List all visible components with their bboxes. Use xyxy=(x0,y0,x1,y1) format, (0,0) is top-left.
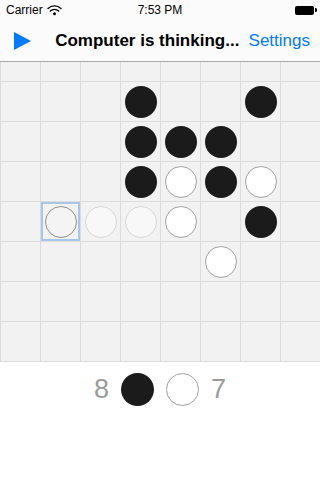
top-bars: Carrier 7:53 PM Computer is thinking... … xyxy=(0,0,320,62)
white-disc xyxy=(165,206,197,238)
white-disc xyxy=(205,246,237,278)
board-cell[interactable] xyxy=(81,322,121,362)
board-cell[interactable] xyxy=(281,282,320,322)
black-disc xyxy=(165,126,197,158)
othello-board xyxy=(0,42,320,362)
white-disc xyxy=(125,206,157,238)
black-disc xyxy=(245,86,277,118)
board-cell[interactable] xyxy=(161,202,201,242)
board-cell[interactable] xyxy=(161,242,201,282)
board-cell[interactable] xyxy=(1,162,41,202)
board-cell[interactable] xyxy=(121,202,161,242)
board-cell[interactable] xyxy=(81,202,121,242)
board-cell[interactable] xyxy=(41,322,81,362)
board-cell[interactable] xyxy=(121,242,161,282)
status-bar: Carrier 7:53 PM xyxy=(0,0,320,20)
board-cell[interactable] xyxy=(1,202,41,242)
board-cell[interactable] xyxy=(201,282,241,322)
board-cell[interactable] xyxy=(1,322,41,362)
board-cell[interactable] xyxy=(1,242,41,282)
board-cell[interactable] xyxy=(241,282,281,322)
clock: 7:53 PM xyxy=(0,3,320,17)
board-cell[interactable] xyxy=(241,242,281,282)
board-cell[interactable] xyxy=(1,122,41,162)
board-cell[interactable] xyxy=(241,82,281,122)
page-title: Computer is thinking... xyxy=(46,31,249,51)
white-disc xyxy=(45,206,77,238)
black-disc xyxy=(125,166,157,198)
white-score-disc-icon xyxy=(166,373,199,406)
board-cell[interactable] xyxy=(121,122,161,162)
board-cell[interactable] xyxy=(161,162,201,202)
board-cell[interactable] xyxy=(41,242,81,282)
board-cell[interactable] xyxy=(41,162,81,202)
board-cell[interactable] xyxy=(201,162,241,202)
board-cell[interactable] xyxy=(161,322,201,362)
board-cell[interactable] xyxy=(201,122,241,162)
board-cell[interactable] xyxy=(161,82,201,122)
board-cell[interactable] xyxy=(81,82,121,122)
board-cell[interactable] xyxy=(281,82,320,122)
board-cell[interactable] xyxy=(161,282,201,322)
white-score: 7 xyxy=(211,376,226,403)
score-bar: 8 7 xyxy=(0,371,320,407)
white-disc xyxy=(85,206,117,238)
board-cell[interactable] xyxy=(1,282,41,322)
board-cell[interactable] xyxy=(201,242,241,282)
board-cell[interactable] xyxy=(201,322,241,362)
board-cell[interactable] xyxy=(241,202,281,242)
board-cell[interactable] xyxy=(201,82,241,122)
board-cell[interactable] xyxy=(241,162,281,202)
settings-button[interactable]: Settings xyxy=(249,31,320,51)
play-button[interactable] xyxy=(14,32,31,50)
black-disc xyxy=(125,86,157,118)
board-cell[interactable] xyxy=(41,122,81,162)
white-disc xyxy=(245,166,277,198)
board-cell[interactable] xyxy=(241,322,281,362)
black-score-disc-icon xyxy=(121,373,154,406)
board-cell[interactable] xyxy=(281,162,320,202)
black-disc xyxy=(245,206,277,238)
board-cell[interactable] xyxy=(281,242,320,282)
black-score: 8 xyxy=(94,376,109,403)
board-cell[interactable] xyxy=(281,202,320,242)
black-disc xyxy=(125,126,157,158)
board-cell[interactable] xyxy=(241,122,281,162)
navigation-bar: Computer is thinking... Settings xyxy=(0,20,320,61)
white-disc xyxy=(165,166,197,198)
board-cell[interactable] xyxy=(81,122,121,162)
board-cell[interactable] xyxy=(121,162,161,202)
black-disc xyxy=(205,166,237,198)
board-cell[interactable] xyxy=(121,82,161,122)
black-disc xyxy=(205,126,237,158)
board-cell[interactable] xyxy=(281,122,320,162)
board-cell[interactable] xyxy=(121,282,161,322)
board-cell[interactable] xyxy=(41,282,81,322)
board-cell[interactable] xyxy=(41,202,81,242)
board-cell[interactable] xyxy=(81,162,121,202)
board-cell[interactable] xyxy=(1,82,41,122)
battery-icon xyxy=(295,6,314,15)
board-cell[interactable] xyxy=(201,202,241,242)
board-cell[interactable] xyxy=(121,322,161,362)
board-cell[interactable] xyxy=(281,322,320,362)
board-cell[interactable] xyxy=(41,82,81,122)
board-cell[interactable] xyxy=(81,242,121,282)
board-cell[interactable] xyxy=(161,122,201,162)
board-cell[interactable] xyxy=(81,282,121,322)
